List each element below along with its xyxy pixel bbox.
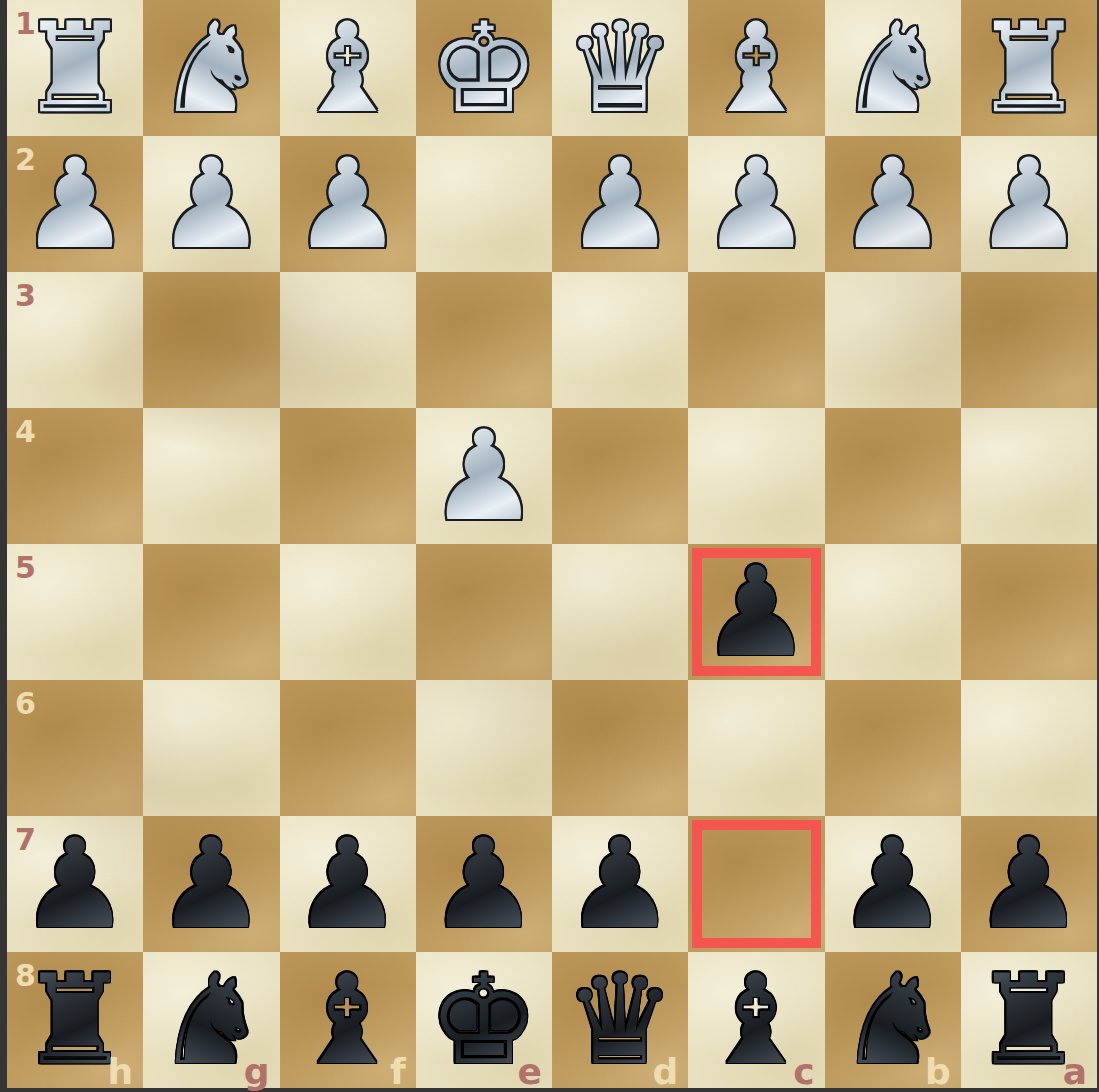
square-g1[interactable]: ♞ xyxy=(143,0,279,136)
square-a6[interactable] xyxy=(961,680,1097,816)
square-h1[interactable]: 1♜ xyxy=(7,0,143,136)
square-c8[interactable]: c♝ xyxy=(688,952,824,1088)
white-pawn-g2[interactable]: ♟ xyxy=(143,136,279,272)
square-g7[interactable]: ♟ xyxy=(143,816,279,952)
square-c5[interactable]: ♟ xyxy=(688,544,824,680)
chess-board: 1♜♞♝♚♛♝♞♜2♟♟♟♟♟♟♟34♟5♟67♟♟♟♟♟♟♟8h♜g♞f♝e♚… xyxy=(7,0,1097,1088)
square-f3[interactable] xyxy=(280,272,416,408)
square-f8[interactable]: f♝ xyxy=(280,952,416,1088)
square-e6[interactable] xyxy=(416,680,552,816)
square-a8[interactable]: a♜ xyxy=(961,952,1097,1088)
square-b1[interactable]: ♞ xyxy=(825,0,961,136)
white-pawn-a2[interactable]: ♟ xyxy=(961,136,1097,272)
black-bishop-f8[interactable]: ♝ xyxy=(280,952,416,1088)
square-h7[interactable]: 7♟ xyxy=(7,816,143,952)
square-g2[interactable]: ♟ xyxy=(143,136,279,272)
square-c6[interactable] xyxy=(688,680,824,816)
black-pawn-b7[interactable]: ♟ xyxy=(825,816,961,952)
square-d7[interactable]: ♟ xyxy=(552,816,688,952)
square-b5[interactable] xyxy=(825,544,961,680)
rank-label-3: 3 xyxy=(15,278,36,313)
square-e4[interactable]: ♟ xyxy=(416,408,552,544)
white-pawn-f2[interactable]: ♟ xyxy=(280,136,416,272)
square-a1[interactable]: ♜ xyxy=(961,0,1097,136)
square-c2[interactable]: ♟ xyxy=(688,136,824,272)
square-f7[interactable]: ♟ xyxy=(280,816,416,952)
white-rook-a1[interactable]: ♜ xyxy=(961,0,1097,136)
white-bishop-c1[interactable]: ♝ xyxy=(688,0,824,136)
black-rook-h8[interactable]: ♜ xyxy=(7,952,143,1088)
square-f2[interactable]: ♟ xyxy=(280,136,416,272)
square-d1[interactable]: ♛ xyxy=(552,0,688,136)
square-g5[interactable] xyxy=(143,544,279,680)
black-king-e8[interactable]: ♚ xyxy=(416,952,552,1088)
square-a4[interactable] xyxy=(961,408,1097,544)
black-knight-g8[interactable]: ♞ xyxy=(143,952,279,1088)
square-h6[interactable]: 6 xyxy=(7,680,143,816)
white-pawn-b2[interactable]: ♟ xyxy=(825,136,961,272)
square-b3[interactable] xyxy=(825,272,961,408)
square-a2[interactable]: ♟ xyxy=(961,136,1097,272)
app-background: 1♜♞♝♚♛♝♞♜2♟♟♟♟♟♟♟34♟5♟67♟♟♟♟♟♟♟8h♜g♞f♝e♚… xyxy=(0,0,1099,1092)
square-d6[interactable] xyxy=(552,680,688,816)
square-b8[interactable]: b♞ xyxy=(825,952,961,1088)
square-f6[interactable] xyxy=(280,680,416,816)
white-pawn-h2[interactable]: ♟ xyxy=(7,136,143,272)
square-e8[interactable]: e♚ xyxy=(416,952,552,1088)
square-g4[interactable] xyxy=(143,408,279,544)
black-pawn-c5[interactable]: ♟ xyxy=(688,544,824,680)
square-c7[interactable] xyxy=(688,816,824,952)
square-h5[interactable]: 5 xyxy=(7,544,143,680)
white-bishop-f1[interactable]: ♝ xyxy=(280,0,416,136)
white-pawn-c2[interactable]: ♟ xyxy=(688,136,824,272)
black-bishop-c8[interactable]: ♝ xyxy=(688,952,824,1088)
square-g3[interactable] xyxy=(143,272,279,408)
white-knight-b1[interactable]: ♞ xyxy=(825,0,961,136)
square-h2[interactable]: 2♟ xyxy=(7,136,143,272)
square-b2[interactable]: ♟ xyxy=(825,136,961,272)
square-g6[interactable] xyxy=(143,680,279,816)
square-c4[interactable] xyxy=(688,408,824,544)
square-b7[interactable]: ♟ xyxy=(825,816,961,952)
square-f5[interactable] xyxy=(280,544,416,680)
black-knight-b8[interactable]: ♞ xyxy=(825,952,961,1088)
square-c1[interactable]: ♝ xyxy=(688,0,824,136)
square-g8[interactable]: g♞ xyxy=(143,952,279,1088)
square-b4[interactable] xyxy=(825,408,961,544)
square-a5[interactable] xyxy=(961,544,1097,680)
white-pawn-e4[interactable]: ♟ xyxy=(416,408,552,544)
black-rook-a8[interactable]: ♜ xyxy=(961,952,1097,1088)
square-a7[interactable]: ♟ xyxy=(961,816,1097,952)
white-rook-h1[interactable]: ♜ xyxy=(7,0,143,136)
square-b6[interactable] xyxy=(825,680,961,816)
rank-label-5: 5 xyxy=(15,550,36,585)
square-e5[interactable] xyxy=(416,544,552,680)
square-f1[interactable]: ♝ xyxy=(280,0,416,136)
rank-label-4: 4 xyxy=(15,414,36,449)
white-king-e1[interactable]: ♚ xyxy=(416,0,552,136)
square-h8[interactable]: 8h♜ xyxy=(7,952,143,1088)
square-c3[interactable] xyxy=(688,272,824,408)
black-pawn-h7[interactable]: ♟ xyxy=(7,816,143,952)
white-queen-d1[interactable]: ♛ xyxy=(552,0,688,136)
rank-label-6: 6 xyxy=(15,686,36,721)
black-pawn-f7[interactable]: ♟ xyxy=(280,816,416,952)
square-e7[interactable]: ♟ xyxy=(416,816,552,952)
square-d8[interactable]: d♛ xyxy=(552,952,688,1088)
square-h3[interactable]: 3 xyxy=(7,272,143,408)
white-knight-g1[interactable]: ♞ xyxy=(143,0,279,136)
square-a3[interactable] xyxy=(961,272,1097,408)
square-d5[interactable] xyxy=(552,544,688,680)
square-d4[interactable] xyxy=(552,408,688,544)
black-queen-d8[interactable]: ♛ xyxy=(552,952,688,1088)
square-d2[interactable]: ♟ xyxy=(552,136,688,272)
black-pawn-e7[interactable]: ♟ xyxy=(416,816,552,952)
black-pawn-d7[interactable]: ♟ xyxy=(552,816,688,952)
square-f4[interactable] xyxy=(280,408,416,544)
square-h4[interactable]: 4 xyxy=(7,408,143,544)
square-e2[interactable] xyxy=(416,136,552,272)
square-d3[interactable] xyxy=(552,272,688,408)
square-e1[interactable]: ♚ xyxy=(416,0,552,136)
square-e3[interactable] xyxy=(416,272,552,408)
black-pawn-a7[interactable]: ♟ xyxy=(961,816,1097,952)
black-pawn-g7[interactable]: ♟ xyxy=(143,816,279,952)
white-pawn-d2[interactable]: ♟ xyxy=(552,136,688,272)
